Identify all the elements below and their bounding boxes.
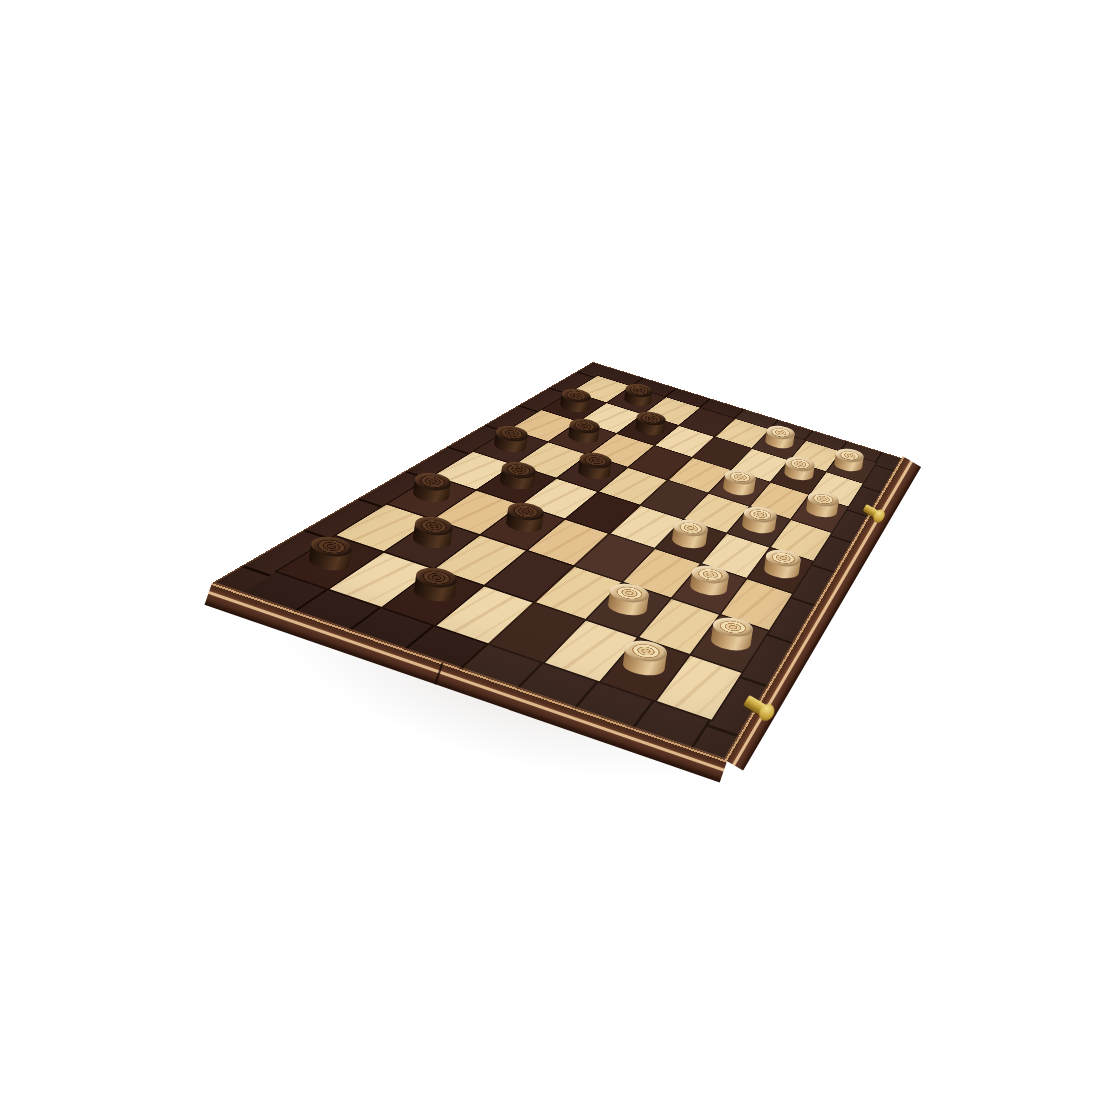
checker-light-man: [764, 424, 795, 450]
checker-dark-man: [308, 535, 353, 573]
checker-light-man: [784, 455, 816, 482]
checker-dark-man: [559, 387, 591, 414]
checker-light-man: [710, 615, 754, 652]
checker-light-man: [805, 490, 839, 519]
checker-light-man: [672, 518, 710, 550]
checker-dark-man: [413, 566, 459, 604]
checker-light-man: [742, 505, 778, 535]
checker-dark-man: [568, 417, 601, 445]
checker-dark-man: [623, 382, 653, 408]
checker-light-man: [763, 547, 801, 579]
checker-light-man: [723, 468, 757, 497]
product-photo-stage: [0, 0, 1120, 1120]
checker-light-man: [689, 563, 730, 597]
checker-dark-man: [494, 424, 529, 454]
checker-dark-man: [499, 460, 536, 492]
checker-dark-man: [505, 501, 545, 535]
checker-dark-man: [635, 410, 667, 437]
checker-light-man: [607, 581, 650, 617]
checker-dark-man: [577, 451, 612, 481]
checker-dark-man: [412, 471, 451, 504]
checker-dark-man: [413, 515, 455, 551]
checker-light-man: [622, 638, 668, 677]
checker-light-man: [833, 447, 864, 473]
